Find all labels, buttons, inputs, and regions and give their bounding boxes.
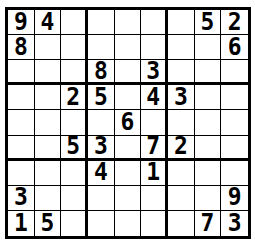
cell-r8c9[interactable]: 9 xyxy=(221,186,248,211)
cell-r1c7[interactable] xyxy=(168,10,195,35)
cell-r4c1[interactable] xyxy=(8,85,35,110)
cell-r5c7[interactable] xyxy=(168,110,195,135)
cell-r5c6[interactable] xyxy=(141,110,168,135)
given-digit: 2 xyxy=(228,10,242,34)
cell-r2c2[interactable] xyxy=(35,35,62,60)
cell-r2c7[interactable] xyxy=(168,35,195,60)
cell-r7c7[interactable] xyxy=(168,161,195,186)
cell-r4c9[interactable] xyxy=(221,85,248,110)
cell-r7c3[interactable] xyxy=(61,161,88,186)
cell-r7c5[interactable] xyxy=(115,161,142,186)
cell-r1c5[interactable] xyxy=(115,10,142,35)
cell-r9c6[interactable] xyxy=(141,211,168,236)
cell-r4c3[interactable]: 2 xyxy=(61,85,88,110)
cell-r4c4[interactable]: 5 xyxy=(88,85,115,110)
cell-r1c2[interactable]: 4 xyxy=(35,10,62,35)
cell-r8c1[interactable]: 3 xyxy=(8,186,35,211)
cell-r2c5[interactable] xyxy=(115,35,142,60)
cell-r7c9[interactable] xyxy=(221,161,248,186)
cell-r9c9[interactable]: 3 xyxy=(221,211,248,236)
cell-r2c9[interactable]: 6 xyxy=(221,35,248,60)
cell-r6c8[interactable] xyxy=(195,136,222,161)
cell-r3c8[interactable] xyxy=(195,60,222,85)
cell-r2c6[interactable] xyxy=(141,35,168,60)
cell-r9c7[interactable] xyxy=(168,211,195,236)
cell-r8c8[interactable] xyxy=(195,186,222,211)
cell-r4c7[interactable]: 3 xyxy=(168,85,195,110)
cell-r1c9[interactable]: 2 xyxy=(221,10,248,35)
given-digit: 9 xyxy=(14,10,28,34)
cell-r4c6[interactable]: 4 xyxy=(141,85,168,110)
cell-r6c2[interactable] xyxy=(35,136,62,161)
cell-r6c6[interactable]: 7 xyxy=(141,136,168,161)
given-digit: 5 xyxy=(201,10,215,34)
cell-r7c6[interactable]: 1 xyxy=(141,161,168,186)
given-digit: 5 xyxy=(41,211,55,235)
given-digit: 3 xyxy=(228,211,242,235)
given-digit: 8 xyxy=(14,35,28,59)
given-digit: 9 xyxy=(228,186,242,210)
given-digit: 4 xyxy=(94,161,108,185)
given-digit: 4 xyxy=(41,10,55,34)
given-digit: 4 xyxy=(146,85,160,109)
cell-r3c9[interactable] xyxy=(221,60,248,85)
given-digit: 7 xyxy=(201,211,215,235)
cell-r1c8[interactable]: 5 xyxy=(195,10,222,35)
cell-r3c4[interactable]: 8 xyxy=(88,60,115,85)
cell-r3c3[interactable] xyxy=(61,60,88,85)
cell-r8c7[interactable] xyxy=(168,186,195,211)
cell-r5c9[interactable] xyxy=(221,110,248,135)
cell-r4c5[interactable] xyxy=(115,85,142,110)
given-digit: 1 xyxy=(146,161,160,185)
cell-r7c1[interactable] xyxy=(8,161,35,186)
cell-r9c1[interactable]: 1 xyxy=(8,211,35,236)
given-digit: 8 xyxy=(94,60,108,83)
cell-r6c9[interactable] xyxy=(221,136,248,161)
given-digit: 3 xyxy=(174,85,188,109)
given-digit: 5 xyxy=(94,85,108,109)
cell-r5c3[interactable] xyxy=(61,110,88,135)
cell-r9c2[interactable]: 5 xyxy=(35,211,62,236)
given-digit: 6 xyxy=(228,35,242,59)
given-digit: 1 xyxy=(14,211,28,235)
cell-r8c5[interactable] xyxy=(115,186,142,211)
cell-r1c6[interactable] xyxy=(141,10,168,35)
cell-r3c2[interactable] xyxy=(35,60,62,85)
cell-r5c8[interactable] xyxy=(195,110,222,135)
cell-r5c5[interactable]: 6 xyxy=(115,110,142,135)
cell-r9c5[interactable] xyxy=(115,211,142,236)
cell-r3c1[interactable] xyxy=(8,60,35,85)
cell-r3c7[interactable] xyxy=(168,60,195,85)
page: { "game": { "type": "sudoku", "rows": 9,… xyxy=(0,0,255,242)
cell-r2c3[interactable] xyxy=(61,35,88,60)
cell-r4c2[interactable] xyxy=(35,85,62,110)
sudoku-board: 9452868325436537241391573 xyxy=(5,7,251,239)
given-digit: 3 xyxy=(146,60,160,83)
given-digit: 2 xyxy=(174,136,188,159)
cell-r2c1[interactable]: 8 xyxy=(8,35,35,60)
cell-r8c2[interactable] xyxy=(35,186,62,211)
cell-r8c4[interactable] xyxy=(88,186,115,211)
cell-r4c8[interactable] xyxy=(195,85,222,110)
cell-r3c6[interactable]: 3 xyxy=(141,60,168,85)
cell-r3c5[interactable] xyxy=(115,60,142,85)
given-digit: 5 xyxy=(66,136,80,159)
given-digit: 2 xyxy=(66,85,80,109)
given-digit: 6 xyxy=(121,111,135,135)
cell-r7c8[interactable] xyxy=(195,161,222,186)
cell-r6c5[interactable] xyxy=(115,136,142,161)
cell-r2c8[interactable] xyxy=(195,35,222,60)
cell-r7c4[interactable]: 4 xyxy=(88,161,115,186)
cell-r1c1[interactable]: 9 xyxy=(8,10,35,35)
cell-r6c4[interactable]: 3 xyxy=(88,136,115,161)
cell-r1c3[interactable] xyxy=(61,10,88,35)
cell-r8c3[interactable] xyxy=(61,186,88,211)
cell-r1c4[interactable] xyxy=(88,10,115,35)
given-digit: 7 xyxy=(146,136,160,159)
cell-r5c1[interactable] xyxy=(8,110,35,135)
cell-r9c8[interactable]: 7 xyxy=(195,211,222,236)
cell-r9c3[interactable] xyxy=(61,211,88,236)
cell-r5c4[interactable] xyxy=(88,110,115,135)
cell-r7c2[interactable] xyxy=(35,161,62,186)
cell-r5c2[interactable] xyxy=(35,110,62,135)
given-digit: 3 xyxy=(94,136,108,159)
cell-r6c3[interactable]: 5 xyxy=(61,136,88,161)
cell-r6c1[interactable] xyxy=(8,136,35,161)
cell-r6c7[interactable]: 2 xyxy=(168,136,195,161)
cell-r9c4[interactable] xyxy=(88,211,115,236)
cell-r8c6[interactable] xyxy=(141,186,168,211)
given-digit: 3 xyxy=(14,186,28,210)
cell-r2c4[interactable] xyxy=(88,35,115,60)
